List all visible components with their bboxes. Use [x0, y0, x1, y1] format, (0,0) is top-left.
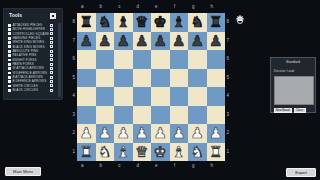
black-knight[interactable]: ♞	[191, 13, 204, 32]
square-h7[interactable]: ♟	[207, 32, 226, 51]
black-king[interactable]: ♚	[154, 13, 167, 32]
tool-checkbox[interactable]	[8, 59, 11, 62]
file-label: c	[110, 162, 129, 170]
square-g2[interactable]: ♟	[188, 124, 207, 143]
square-b8[interactable]: ♞	[96, 13, 115, 32]
square-c5[interactable]	[114, 69, 133, 88]
tools-header: Tools	[4, 9, 62, 22]
black-pawn[interactable]: ♟	[209, 32, 222, 51]
white-bishop[interactable]: ♝	[172, 143, 185, 162]
tool-checkbox[interactable]	[8, 72, 11, 75]
tool-color-swatch[interactable]	[50, 28, 53, 31]
rank-label: 4	[68, 87, 75, 106]
sidebar-collapse-button[interactable]	[50, 13, 56, 19]
file-label: h	[203, 162, 222, 170]
square-a5[interactable]	[77, 69, 96, 88]
black-pawn[interactable]: ♟	[117, 32, 130, 51]
white-pawn[interactable]: ♟	[117, 124, 130, 143]
black-rook[interactable]: ♜	[80, 13, 93, 32]
file-label: a	[73, 162, 92, 170]
file-label: d	[129, 162, 148, 170]
file-label: d	[129, 3, 148, 11]
tools-sidebar: Tools ATTACKED PIECESMOVE HIGHLIGHTERCON…	[3, 8, 63, 100]
tool-color-swatch[interactable]	[50, 58, 53, 61]
tool-color-swatch[interactable]	[50, 37, 53, 40]
square-f3[interactable]	[170, 106, 189, 125]
tool-color-swatch[interactable]	[50, 50, 53, 53]
white-pawn[interactable]: ♟	[98, 124, 111, 143]
square-e5[interactable]	[151, 69, 170, 88]
square-d7[interactable]: ♟	[133, 32, 152, 51]
tool-checkbox[interactable]	[8, 50, 11, 53]
rank-label: 8	[68, 13, 75, 32]
tool-checkbox[interactable]	[8, 85, 11, 88]
square-a8[interactable]: ♜	[77, 13, 96, 32]
white-bishop[interactable]: ♝	[117, 143, 130, 162]
square-g3[interactable]	[188, 106, 207, 125]
tools-title: Tools	[9, 12, 22, 18]
file-label: c	[110, 3, 129, 11]
black-knight[interactable]: ♞	[98, 13, 111, 32]
black-pawn[interactable]: ♟	[191, 32, 204, 51]
black-pawn[interactable]: ♟	[135, 32, 148, 51]
square-h2[interactable]: ♟	[207, 124, 226, 143]
tool-color-swatch[interactable]	[50, 84, 53, 87]
square-f5[interactable]	[170, 69, 189, 88]
square-e6[interactable]	[151, 50, 170, 69]
white-queen[interactable]: ♛	[135, 143, 148, 162]
file-label: b	[92, 162, 111, 170]
tool-checkbox[interactable]	[8, 24, 11, 27]
square-g7[interactable]: ♟	[188, 32, 207, 51]
tool-checkbox[interactable]	[8, 45, 11, 48]
square-h6[interactable]	[207, 50, 226, 69]
tool-checkbox[interactable]	[8, 54, 11, 57]
ranks-left: 87654321	[68, 13, 75, 161]
rank-label: 2	[227, 124, 234, 143]
square-d4[interactable]	[133, 87, 152, 106]
square-e4[interactable]	[151, 87, 170, 106]
discover-panel: Standard Discover: Load New Board Close	[270, 57, 316, 113]
square-d2[interactable]: ♟	[133, 124, 152, 143]
half-circle-icon[interactable]	[237, 18, 243, 24]
file-label: e	[147, 3, 166, 11]
square-h4[interactable]	[207, 87, 226, 106]
files-top: abcdefgh	[77, 3, 225, 11]
square-e8[interactable]: ♚	[151, 13, 170, 32]
rank-label: 6	[227, 50, 234, 69]
square-e3[interactable]	[151, 106, 170, 125]
square-f2[interactable]: ♟	[170, 124, 189, 143]
white-pawn[interactable]: ♟	[209, 124, 222, 143]
square-d8[interactable]: ♛	[133, 13, 152, 32]
square-c3[interactable]	[114, 106, 133, 125]
square-b3[interactable]	[96, 106, 115, 125]
white-pawn[interactable]: ♟	[172, 124, 185, 143]
tool-checkbox[interactable]	[8, 41, 11, 44]
tool-color-swatch[interactable]	[50, 89, 53, 92]
new-board-button[interactable]: New Board	[274, 108, 292, 114]
ranks-right: 87654321	[227, 13, 234, 161]
rank-label: 7	[227, 32, 234, 51]
white-pawn[interactable]: ♟	[191, 124, 204, 143]
tool-color-swatch[interactable]	[50, 24, 53, 27]
square-a7[interactable]: ♟	[77, 32, 96, 51]
tool-checkbox[interactable]	[8, 28, 11, 31]
square-h1[interactable]: ♜	[207, 143, 226, 162]
tool-color-swatch[interactable]	[50, 71, 53, 74]
square-e2[interactable]: ♟	[151, 124, 170, 143]
square-h8[interactable]: ♜	[207, 13, 226, 32]
square-e7[interactable]: ♟	[151, 32, 170, 51]
files-bottom: abcdefgh	[77, 162, 225, 170]
file-label: f	[166, 162, 185, 170]
black-pawn[interactable]: ♟	[154, 32, 167, 51]
rank-label: 1	[227, 143, 234, 162]
black-queen[interactable]: ♛	[135, 13, 148, 32]
square-b4[interactable]	[96, 87, 115, 106]
square-g5[interactable]	[188, 69, 207, 88]
rank-label: 6	[68, 50, 75, 69]
black-pawn[interactable]: ♟	[80, 32, 93, 51]
black-bishop[interactable]: ♝	[172, 13, 185, 32]
rank-label: 3	[68, 106, 75, 125]
square-c7[interactable]: ♟	[114, 32, 133, 51]
square-b2[interactable]: ♟	[96, 124, 115, 143]
tool-checkbox[interactable]	[8, 89, 11, 92]
tool-checkbox[interactable]	[8, 32, 11, 35]
white-pawn[interactable]: ♟	[135, 124, 148, 143]
panel-subtitle: Discover: Load	[274, 69, 294, 73]
rank-label: 5	[68, 69, 75, 88]
rank-label: 8	[227, 13, 234, 32]
square-f8[interactable]: ♝	[170, 13, 189, 32]
file-label: e	[147, 162, 166, 170]
square-b7[interactable]: ♟	[96, 32, 115, 51]
white-pawn[interactable]: ♟	[80, 124, 93, 143]
white-king[interactable]: ♚	[154, 143, 167, 162]
tool-checkbox[interactable]	[8, 76, 11, 79]
square-f1[interactable]: ♝	[170, 143, 189, 162]
square-a6[interactable]	[77, 50, 96, 69]
square-d5[interactable]	[133, 69, 152, 88]
tool-color-swatch[interactable]	[50, 41, 53, 44]
square-h3[interactable]	[207, 106, 226, 125]
tool-label: BLACK CIRCLES	[12, 88, 49, 92]
square-b5[interactable]	[96, 69, 115, 88]
square-a2[interactable]: ♟	[77, 124, 96, 143]
white-rook[interactable]: ♜	[209, 143, 222, 162]
tools-list: ATTACKED PIECESMOVE HIGHLIGHTERCONTROLLE…	[8, 23, 53, 93]
rank-label: 4	[227, 87, 234, 106]
square-c6[interactable]	[114, 50, 133, 69]
square-d3[interactable]	[133, 106, 152, 125]
tool-color-swatch[interactable]	[50, 67, 53, 70]
rank-label: 5	[227, 69, 234, 88]
main-menu-button[interactable]: Main Menu	[5, 167, 41, 176]
rank-label: 2	[68, 124, 75, 143]
black-bishop[interactable]: ♝	[117, 13, 130, 32]
tool-row: BLACK CIRCLES	[8, 88, 53, 92]
square-c1[interactable]: ♝	[114, 143, 133, 162]
white-knight[interactable]: ♞	[191, 143, 204, 162]
white-pawn[interactable]: ♟	[154, 124, 167, 143]
rank-label: 3	[227, 106, 234, 125]
square-c2[interactable]: ♟	[114, 124, 133, 143]
tool-color-swatch[interactable]	[50, 80, 53, 83]
tool-color-swatch[interactable]	[50, 76, 53, 79]
square-h5[interactable]	[207, 69, 226, 88]
tool-checkbox[interactable]	[8, 67, 11, 70]
square-d6[interactable]	[133, 50, 152, 69]
file-label: a	[73, 3, 92, 11]
square-a4[interactable]	[77, 87, 96, 106]
tool-checkbox[interactable]	[8, 63, 11, 66]
white-rook[interactable]: ♜	[80, 143, 93, 162]
square-a3[interactable]	[77, 106, 96, 125]
tool-color-swatch[interactable]	[50, 54, 53, 57]
square-b1[interactable]: ♞	[96, 143, 115, 162]
square-a1[interactable]: ♜	[77, 143, 96, 162]
square-f6[interactable]	[170, 50, 189, 69]
tool-color-swatch[interactable]	[50, 32, 53, 35]
white-knight[interactable]: ♞	[98, 143, 111, 162]
tool-checkbox[interactable]	[8, 80, 11, 83]
square-g1[interactable]: ♞	[188, 143, 207, 162]
chess-board: ♜♞♝♛♚♝♞♜♟♟♟♟♟♟♟♟♟♟♟♟♟♟♟♟♜♞♝♛♚♝♞♜	[77, 13, 225, 161]
file-label: b	[92, 3, 111, 11]
close-button[interactable]: Close	[294, 108, 306, 114]
square-c8[interactable]: ♝	[114, 13, 133, 32]
square-d1[interactable]: ♛	[133, 143, 152, 162]
board-preview	[274, 76, 314, 105]
black-pawn[interactable]: ♟	[172, 32, 185, 51]
square-f7[interactable]: ♟	[170, 32, 189, 51]
export-button[interactable]: Export	[286, 168, 316, 177]
tool-checkbox[interactable]	[8, 37, 11, 40]
file-label: g	[184, 3, 203, 11]
square-g8[interactable]: ♞	[188, 13, 207, 32]
rank-label: 1	[68, 143, 75, 162]
rank-label: 7	[68, 32, 75, 51]
gear-icon[interactable]	[236, 9, 244, 17]
square-b6[interactable]	[96, 50, 115, 69]
square-f4[interactable]	[170, 87, 189, 106]
square-c4[interactable]	[114, 87, 133, 106]
tool-color-swatch[interactable]	[50, 45, 53, 48]
file-label: g	[184, 162, 203, 170]
tools-scrollbar[interactable]	[58, 23, 61, 97]
file-label: f	[166, 3, 185, 11]
file-label: h	[203, 3, 222, 11]
square-g6[interactable]	[188, 50, 207, 69]
black-pawn[interactable]: ♟	[98, 32, 111, 51]
square-e1[interactable]: ♚	[151, 143, 170, 162]
tool-color-swatch[interactable]	[50, 63, 53, 66]
square-g4[interactable]	[188, 87, 207, 106]
panel-title: Standard	[271, 60, 315, 64]
app-window: Tools ATTACKED PIECESMOVE HIGHLIGHTERCON…	[0, 0, 320, 180]
black-rook[interactable]: ♜	[209, 13, 222, 32]
